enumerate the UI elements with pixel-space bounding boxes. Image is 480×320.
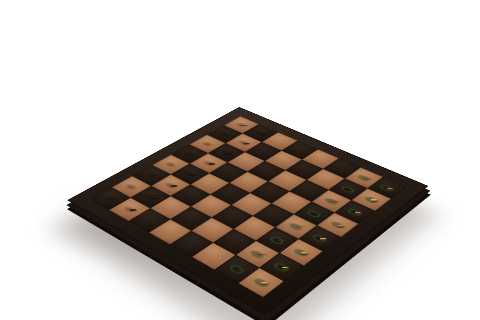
square-b5	[170, 207, 211, 231]
black-knight-glyph: ♞	[120, 162, 144, 191]
studio-scene: ♜♟♜♟♞♟♞♟♝♟♝♟♚♟♚♟♛♟♛♟♝♟♝♟♞♟♞♟♜♟♜♟	[0, 0, 480, 320]
